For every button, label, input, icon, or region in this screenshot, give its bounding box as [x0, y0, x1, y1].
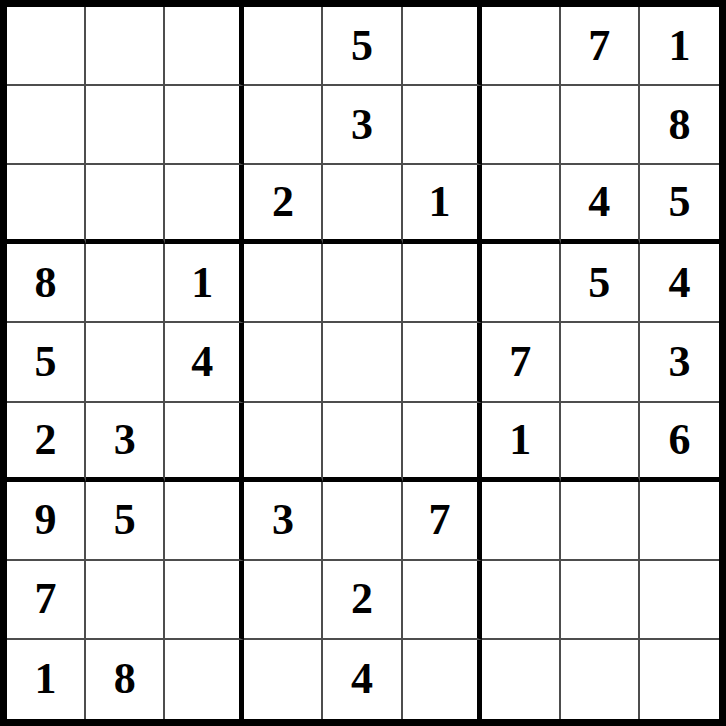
- cell-r7c6-given[interactable]: 7: [403, 482, 482, 561]
- cell-r5c8-empty[interactable]: [561, 323, 640, 402]
- cell-r6c7-given[interactable]: 1: [482, 403, 561, 482]
- cell-r6c4-empty[interactable]: [244, 403, 323, 482]
- cell-r9c2-given[interactable]: 8: [86, 640, 165, 719]
- cell-r2c5-given[interactable]: 3: [323, 86, 402, 165]
- cell-r8c2-empty[interactable]: [86, 561, 165, 640]
- cell-r4c3-given[interactable]: 1: [165, 244, 244, 323]
- cell-r6c2-given[interactable]: 3: [86, 403, 165, 482]
- cell-r3c3-empty[interactable]: [165, 165, 244, 244]
- cell-r4c6-empty[interactable]: [403, 244, 482, 323]
- cell-r1c6-empty[interactable]: [403, 7, 482, 86]
- cell-r8c1-given[interactable]: 7: [7, 561, 86, 640]
- cell-r6c1-given[interactable]: 2: [7, 403, 86, 482]
- cell-r5c6-empty[interactable]: [403, 323, 482, 402]
- cell-r2c9-given[interactable]: 8: [640, 86, 719, 165]
- cell-r3c6-given[interactable]: 1: [403, 165, 482, 244]
- cell-r9c5-given[interactable]: 4: [323, 640, 402, 719]
- cell-r5c2-empty[interactable]: [86, 323, 165, 402]
- cell-r5c1-given[interactable]: 5: [7, 323, 86, 402]
- cell-r6c8-empty[interactable]: [561, 403, 640, 482]
- cell-r6c9-given[interactable]: 6: [640, 403, 719, 482]
- cell-r8c3-empty[interactable]: [165, 561, 244, 640]
- cell-r2c3-empty[interactable]: [165, 86, 244, 165]
- cell-r1c4-empty[interactable]: [244, 7, 323, 86]
- cell-r6c6-empty[interactable]: [403, 403, 482, 482]
- cell-r1c2-empty[interactable]: [86, 7, 165, 86]
- cell-r2c8-empty[interactable]: [561, 86, 640, 165]
- cell-r7c5-empty[interactable]: [323, 482, 402, 561]
- cell-r7c3-empty[interactable]: [165, 482, 244, 561]
- cell-r1c7-empty[interactable]: [482, 7, 561, 86]
- cell-r3c2-empty[interactable]: [86, 165, 165, 244]
- cell-r7c4-given[interactable]: 3: [244, 482, 323, 561]
- cell-r9c6-empty[interactable]: [403, 640, 482, 719]
- cell-r7c1-given[interactable]: 9: [7, 482, 86, 561]
- cell-r5c7-given[interactable]: 7: [482, 323, 561, 402]
- cell-r7c7-empty[interactable]: [482, 482, 561, 561]
- sudoku-board: 571382145815454732316953772184: [0, 0, 726, 726]
- cell-r6c3-empty[interactable]: [165, 403, 244, 482]
- cell-r7c9-empty[interactable]: [640, 482, 719, 561]
- cell-r9c4-empty[interactable]: [244, 640, 323, 719]
- cell-r9c9-empty[interactable]: [640, 640, 719, 719]
- cell-r1c9-given[interactable]: 1: [640, 7, 719, 86]
- cell-r3c8-given[interactable]: 4: [561, 165, 640, 244]
- cell-r8c5-given[interactable]: 2: [323, 561, 402, 640]
- cell-r5c3-given[interactable]: 4: [165, 323, 244, 402]
- cell-r3c5-empty[interactable]: [323, 165, 402, 244]
- cell-r1c1-empty[interactable]: [7, 7, 86, 86]
- cell-r8c8-empty[interactable]: [561, 561, 640, 640]
- cell-r2c7-empty[interactable]: [482, 86, 561, 165]
- cell-r9c1-given[interactable]: 1: [7, 640, 86, 719]
- cell-r8c7-empty[interactable]: [482, 561, 561, 640]
- cell-r2c1-empty[interactable]: [7, 86, 86, 165]
- cell-r3c1-empty[interactable]: [7, 165, 86, 244]
- cell-r4c4-empty[interactable]: [244, 244, 323, 323]
- cell-r7c2-given[interactable]: 5: [86, 482, 165, 561]
- cell-r4c9-given[interactable]: 4: [640, 244, 719, 323]
- cell-r2c6-empty[interactable]: [403, 86, 482, 165]
- cell-r8c9-empty[interactable]: [640, 561, 719, 640]
- cell-r4c1-given[interactable]: 8: [7, 244, 86, 323]
- cell-r8c4-empty[interactable]: [244, 561, 323, 640]
- cell-r8c6-empty[interactable]: [403, 561, 482, 640]
- cell-r4c2-empty[interactable]: [86, 244, 165, 323]
- cell-r3c9-given[interactable]: 5: [640, 165, 719, 244]
- cell-r4c7-empty[interactable]: [482, 244, 561, 323]
- cell-r7c8-empty[interactable]: [561, 482, 640, 561]
- cell-r1c5-given[interactable]: 5: [323, 7, 402, 86]
- cell-r5c9-given[interactable]: 3: [640, 323, 719, 402]
- cell-r5c5-empty[interactable]: [323, 323, 402, 402]
- cell-r4c5-empty[interactable]: [323, 244, 402, 323]
- cell-r9c3-empty[interactable]: [165, 640, 244, 719]
- cell-r5c4-empty[interactable]: [244, 323, 323, 402]
- cell-r6c5-empty[interactable]: [323, 403, 402, 482]
- cell-r3c7-empty[interactable]: [482, 165, 561, 244]
- cell-r2c4-empty[interactable]: [244, 86, 323, 165]
- cell-r2c2-empty[interactable]: [86, 86, 165, 165]
- cell-r3c4-given[interactable]: 2: [244, 165, 323, 244]
- cell-r1c3-empty[interactable]: [165, 7, 244, 86]
- cell-r4c8-given[interactable]: 5: [561, 244, 640, 323]
- cell-r1c8-given[interactable]: 7: [561, 7, 640, 86]
- cell-r9c7-empty[interactable]: [482, 640, 561, 719]
- cell-r9c8-empty[interactable]: [561, 640, 640, 719]
